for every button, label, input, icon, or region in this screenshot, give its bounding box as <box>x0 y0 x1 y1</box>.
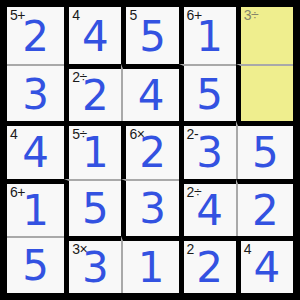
cell-r4c3[interactable]: 3 <box>121 179 178 236</box>
cell-r3c3[interactable]: 6×2 <box>121 121 178 178</box>
cell-r1c3[interactable]: 55 <box>121 7 178 64</box>
cage-clue: 5÷ <box>72 126 86 143</box>
cell-value: 3 <box>126 181 178 236</box>
cell-r4c4[interactable]: 2÷4 <box>179 179 236 236</box>
cell-r2c2[interactable]: 2÷2 <box>64 64 121 121</box>
cell-value: 5 <box>184 66 236 121</box>
cage-clue: 4 <box>244 241 251 258</box>
cage-clue: 6+ <box>10 184 25 201</box>
cell-value: 5 <box>7 238 64 293</box>
cage-clue: 2- <box>187 126 198 143</box>
cell-r4c5[interactable]: 2 <box>236 179 293 236</box>
kenken-board: 5+244556+13÷32÷245445÷16×22-356+1532÷425… <box>0 0 300 300</box>
cell-r3c5[interactable]: 5 <box>236 121 293 178</box>
cage-clue: 2 <box>187 241 194 258</box>
cell-r5c5[interactable]: 44 <box>236 236 293 293</box>
cell-r1c1[interactable]: 5+2 <box>7 7 64 64</box>
cell-r5c4[interactable]: 22 <box>179 236 236 293</box>
cell-value: 4 <box>123 69 178 121</box>
cell-r4c1[interactable]: 6+1 <box>7 179 64 236</box>
cage-clue: 5+ <box>10 7 25 24</box>
cell-r1c2[interactable]: 44 <box>64 7 121 64</box>
cell-r1c4[interactable]: 6+1 <box>179 7 236 64</box>
cage-clue: 2÷ <box>72 69 86 86</box>
cell-r2c1[interactable]: 3 <box>7 64 64 121</box>
cell-value: 5 <box>69 181 121 236</box>
cell-r5c3[interactable]: 1 <box>121 236 178 293</box>
cell-r3c2[interactable]: 5÷1 <box>64 121 121 178</box>
cell-value: 2 <box>238 184 293 236</box>
cell-r3c4[interactable]: 2-3 <box>179 121 236 178</box>
cell-r4c2[interactable]: 5 <box>64 179 121 236</box>
cell-r2c5[interactable] <box>236 64 293 121</box>
cell-value: 3 <box>7 66 64 121</box>
cell-r3c1[interactable]: 44 <box>7 121 64 178</box>
cage-clue: 4 <box>72 7 79 24</box>
cage-clue: 3× <box>72 241 87 258</box>
cage-clue: 2÷ <box>187 184 201 201</box>
cage-clue: 3÷ <box>244 7 258 24</box>
cell-r5c2[interactable]: 3×3 <box>64 236 121 293</box>
cell-r2c3[interactable]: 4 <box>121 64 178 121</box>
cage-clue: 6× <box>129 126 144 143</box>
cell-r1c5[interactable]: 3÷ <box>236 7 293 64</box>
cage-clue: 4 <box>10 126 17 143</box>
cell-value: 1 <box>123 241 178 293</box>
cage-clue: 6+ <box>187 7 202 24</box>
cage-clue: 5 <box>129 7 136 24</box>
cell-r5c1[interactable]: 5 <box>7 236 64 293</box>
cell-r2c4[interactable]: 5 <box>179 64 236 121</box>
cell-value: 5 <box>238 126 293 178</box>
